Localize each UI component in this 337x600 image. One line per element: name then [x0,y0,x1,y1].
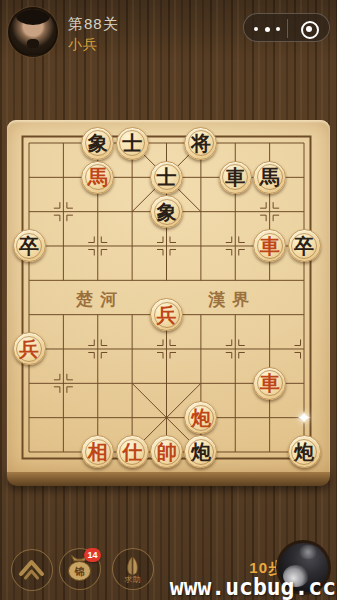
piece-glyph: 馬 [88,167,108,187]
opponent-name: 小兵 [68,36,98,54]
piece-glyph: 炮 [294,442,314,462]
piece-black-車[interactable]: 車 [219,161,252,194]
river-label-left: 楚河 [76,288,124,311]
piece-black-馬[interactable]: 馬 [253,161,286,194]
piece-glyph: 仕 [122,442,142,462]
expand-menu-button[interactable] [11,549,53,591]
svg-text:锦: 锦 [74,566,85,577]
piece-glyph: 炮 [191,408,211,428]
piece-glyph: 士 [157,167,177,187]
piece-glyph: 象 [88,133,108,153]
piece-black-将[interactable]: 将 [184,127,217,160]
piece-glyph: 帥 [157,442,177,462]
piece-glyph: 兵 [157,305,177,325]
piece-glyph: 卒 [294,236,314,256]
app-screen: 第88关 小兵 楚河 漢界 象士将馬士車馬象卒車卒兵兵車炮相仕帥炮炮✦ 锦 14… [0,0,337,600]
piece-glyph: 相 [88,442,108,462]
piece-black-卒[interactable]: 卒 [288,229,321,262]
piece-glyph: 将 [191,133,211,153]
piece-black-炮[interactable]: 炮 [288,435,321,468]
piece-red-仕[interactable]: 仕 [116,435,149,468]
river-label-right: 漢界 [208,288,256,311]
piece-glyph: 炮 [191,442,211,462]
level-title: 第88关 [68,15,119,34]
board-front-edge [7,471,330,486]
piece-red-兵[interactable]: 兵 [150,298,183,331]
piece-black-士[interactable]: 士 [116,127,149,160]
piece-red-車[interactable]: 車 [253,367,286,400]
close-circle-icon[interactable] [301,21,319,39]
piece-red-兵[interactable]: 兵 [13,332,46,365]
piece-glyph: 士 [122,133,142,153]
piece-glyph: 象 [157,202,177,222]
praying-hands-icon: 求助 [113,549,152,588]
piece-glyph: 車 [260,236,280,256]
piece-black-士[interactable]: 士 [150,161,183,194]
ask-help-button[interactable]: 求助 [112,548,154,590]
wechat-capsule [243,13,330,42]
piece-black-象[interactable]: 象 [150,195,183,228]
more-icon[interactable] [254,27,280,32]
piece-red-馬[interactable]: 馬 [81,161,114,194]
piece-black-卒[interactable]: 卒 [13,229,46,262]
chevron-up-icon [12,550,51,589]
xiangqi-board[interactable]: 楚河 漢界 象士将馬士車馬象卒車卒兵兵車炮相仕帥炮炮✦ [7,120,330,472]
piece-glyph: 車 [260,373,280,393]
capsule-divider [287,19,288,38]
watermark: www.ucbug.cc [170,574,336,600]
piece-glyph: 卒 [19,236,39,256]
svg-text:求助: 求助 [124,575,141,584]
piece-black-象[interactable]: 象 [81,127,114,160]
piece-glyph: 兵 [19,339,39,359]
player-avatar[interactable] [8,7,58,57]
hint-count-badge: 14 [84,548,101,562]
piece-glyph: 馬 [260,167,280,187]
piece-glyph: 車 [225,167,245,187]
